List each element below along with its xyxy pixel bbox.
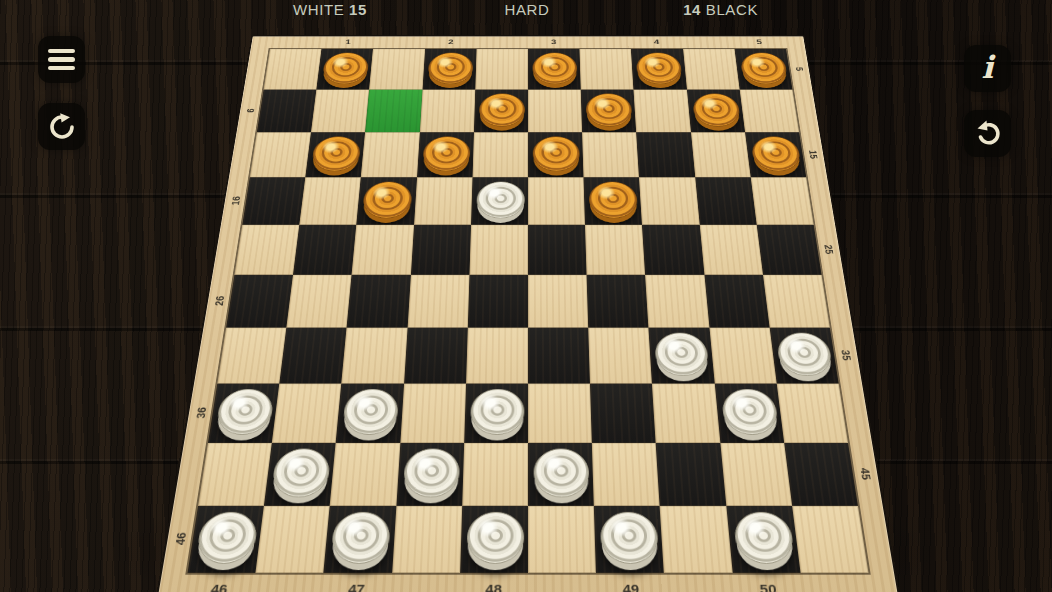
light-square xyxy=(720,443,792,506)
square-37[interactable] xyxy=(336,384,404,443)
square-5[interactable] xyxy=(734,49,792,90)
white-piece[interactable] xyxy=(402,449,460,498)
light-square xyxy=(585,225,645,275)
light-square xyxy=(475,49,528,90)
restart-button[interactable] xyxy=(38,103,85,150)
square-39[interactable] xyxy=(590,384,656,443)
square-32[interactable] xyxy=(404,328,468,384)
white-label: WHITE xyxy=(293,1,344,18)
light-square xyxy=(330,443,400,506)
square-1[interactable] xyxy=(316,49,373,90)
light-square xyxy=(660,506,732,573)
square-24[interactable] xyxy=(642,225,704,275)
black-piece[interactable] xyxy=(636,53,683,85)
light-square xyxy=(250,132,311,177)
light-square xyxy=(528,90,582,133)
white-piece[interactable] xyxy=(195,512,259,564)
light-square xyxy=(311,90,369,133)
info-icon: i xyxy=(982,52,994,83)
light-square xyxy=(528,177,585,224)
coordinate-label: 1 xyxy=(345,38,351,45)
light-square xyxy=(414,177,473,224)
square-42[interactable] xyxy=(396,443,464,506)
light-square xyxy=(699,225,762,275)
light-square xyxy=(763,275,830,328)
square-48[interactable] xyxy=(460,506,528,573)
light-square xyxy=(528,275,588,328)
square-21[interactable] xyxy=(293,225,356,275)
coordinate-label: 49 xyxy=(622,582,639,592)
white-piece[interactable] xyxy=(732,512,795,564)
square-26[interactable] xyxy=(226,275,293,328)
light-square xyxy=(256,506,330,573)
square-10[interactable] xyxy=(687,90,745,133)
wood-table-background: WHITE 15 HARD 14 BLACK i 123454647484950… xyxy=(0,0,1052,592)
black-piece[interactable] xyxy=(589,182,639,219)
square-33[interactable] xyxy=(528,328,590,384)
square-12[interactable] xyxy=(417,132,474,177)
coordinate-label: 47 xyxy=(348,582,366,592)
square-46[interactable] xyxy=(188,506,265,573)
coordinate-label: 50 xyxy=(759,582,777,592)
difficulty-label: HARD xyxy=(505,1,550,18)
coordinate-label: 35 xyxy=(839,350,852,361)
white-score: WHITE 15 xyxy=(293,1,367,18)
menu-button[interactable] xyxy=(38,36,85,83)
white-count: 15 xyxy=(349,1,367,18)
light-square xyxy=(691,132,751,177)
black-piece[interactable] xyxy=(322,53,370,85)
square-38[interactable] xyxy=(464,384,528,443)
light-square xyxy=(420,90,476,133)
square-41[interactable] xyxy=(264,443,336,506)
white-piece[interactable] xyxy=(775,333,833,376)
light-square xyxy=(198,443,272,506)
black-piece[interactable] xyxy=(533,136,580,171)
square-20[interactable] xyxy=(695,177,757,224)
light-square xyxy=(352,225,414,275)
square-16[interactable] xyxy=(242,177,305,224)
coordinate-label: 4 xyxy=(653,38,659,45)
coordinate-label: 3 xyxy=(551,38,556,45)
square-13[interactable] xyxy=(528,132,584,177)
light-square xyxy=(392,506,462,573)
square-30[interactable] xyxy=(704,275,769,328)
light-square xyxy=(342,328,408,384)
square-45[interactable] xyxy=(784,443,858,506)
black-piece[interactable] xyxy=(427,53,473,85)
square-49[interactable] xyxy=(594,506,664,573)
light-square xyxy=(777,384,848,443)
square-28[interactable] xyxy=(468,275,528,328)
light-square xyxy=(528,384,592,443)
light-square xyxy=(400,384,466,443)
square-4[interactable] xyxy=(631,49,686,90)
light-square xyxy=(528,506,596,573)
square-15[interactable] xyxy=(745,132,806,177)
coordinate-label: 46 xyxy=(173,532,188,545)
white-piece[interactable] xyxy=(342,389,399,435)
square-31[interactable] xyxy=(279,328,346,384)
white-piece[interactable] xyxy=(331,512,392,564)
coordinate-label: 6 xyxy=(245,109,256,113)
light-square xyxy=(588,328,652,384)
square-3[interactable] xyxy=(528,49,581,90)
undo-button[interactable] xyxy=(964,110,1011,157)
black-piece[interactable] xyxy=(311,136,362,171)
coordinate-label: 5 xyxy=(756,38,762,45)
coordinate-label: 26 xyxy=(213,296,226,306)
coordinate-label: 48 xyxy=(485,582,502,592)
board-squares xyxy=(188,49,869,573)
score-bar: WHITE 15 HARD 14 BLACK xyxy=(0,0,1052,20)
light-square xyxy=(462,443,528,506)
black-piece[interactable] xyxy=(586,93,633,126)
light-square xyxy=(592,443,660,506)
square-27[interactable] xyxy=(347,275,411,328)
black-piece[interactable] xyxy=(739,53,788,85)
light-square xyxy=(369,49,424,90)
square-35[interactable] xyxy=(769,328,838,384)
undo-icon xyxy=(973,119,1003,149)
black-piece[interactable] xyxy=(362,182,413,219)
draughts-board: 123454647484950515253545616263646 xyxy=(154,35,902,592)
black-score: 14 BLACK xyxy=(683,1,758,18)
coordinate-label: 25 xyxy=(822,245,834,255)
light-square xyxy=(740,90,800,133)
square-23[interactable] xyxy=(528,225,587,275)
white-piece[interactable] xyxy=(720,389,779,435)
square-11[interactable] xyxy=(305,132,365,177)
square-17[interactable] xyxy=(357,177,417,224)
black-count: 14 xyxy=(683,1,701,18)
light-square xyxy=(582,132,639,177)
light-square xyxy=(217,328,286,384)
light-square xyxy=(469,225,528,275)
square-22[interactable] xyxy=(411,225,471,275)
light-square xyxy=(272,384,342,443)
light-square xyxy=(466,328,528,384)
white-piece[interactable] xyxy=(534,449,590,498)
light-square xyxy=(634,90,691,133)
square-34[interactable] xyxy=(649,328,715,384)
black-label: BLACK xyxy=(706,1,758,18)
coordinate-label: 2 xyxy=(448,38,454,45)
light-square xyxy=(580,49,634,90)
white-piece[interactable] xyxy=(271,449,332,498)
square-36[interactable] xyxy=(208,384,279,443)
light-square xyxy=(751,177,814,224)
square-9[interactable] xyxy=(581,90,637,133)
light-square xyxy=(472,132,528,177)
info-button[interactable]: i xyxy=(964,45,1011,92)
white-piece[interactable] xyxy=(215,389,275,435)
light-square xyxy=(645,275,709,328)
coordinate-label: 16 xyxy=(229,196,241,205)
square-14[interactable] xyxy=(636,132,694,177)
light-square xyxy=(299,177,361,224)
square-2[interactable] xyxy=(422,49,476,90)
white-piece[interactable] xyxy=(470,389,524,435)
restart-icon xyxy=(47,112,77,142)
coordinate-label: 15 xyxy=(807,150,819,159)
square-6[interactable] xyxy=(257,90,317,133)
square-19[interactable] xyxy=(584,177,643,224)
coordinate-label: 36 xyxy=(194,407,208,418)
square-25[interactable] xyxy=(757,225,822,275)
square-44[interactable] xyxy=(656,443,726,506)
black-piece[interactable] xyxy=(479,93,525,126)
black-piece[interactable] xyxy=(750,136,802,171)
square-18[interactable] xyxy=(471,177,528,224)
white-piece[interactable] xyxy=(476,182,525,219)
light-square xyxy=(683,49,740,90)
square-50[interactable] xyxy=(726,506,800,573)
light-square xyxy=(709,328,776,384)
square-43[interactable] xyxy=(528,443,594,506)
coordinate-label: 45 xyxy=(858,468,872,480)
light-square xyxy=(264,49,322,90)
white-piece[interactable] xyxy=(654,333,710,376)
light-square xyxy=(286,275,351,328)
white-piece[interactable] xyxy=(600,512,660,564)
light-square xyxy=(792,506,869,573)
light-square xyxy=(234,225,299,275)
light-square xyxy=(639,177,699,224)
coordinate-label: 46 xyxy=(210,582,229,592)
square-7[interactable] xyxy=(365,90,422,133)
square-40[interactable] xyxy=(714,384,784,443)
black-piece[interactable] xyxy=(692,93,741,126)
coordinate-label: 5 xyxy=(794,67,804,71)
hamburger-icon xyxy=(48,45,75,75)
black-piece[interactable] xyxy=(533,53,578,85)
black-piece[interactable] xyxy=(422,136,470,171)
white-piece[interactable] xyxy=(466,512,524,564)
light-square xyxy=(407,275,469,328)
square-8[interactable] xyxy=(474,90,528,133)
square-47[interactable] xyxy=(324,506,396,573)
square-29[interactable] xyxy=(587,275,649,328)
light-square xyxy=(361,132,419,177)
light-square xyxy=(652,384,720,443)
